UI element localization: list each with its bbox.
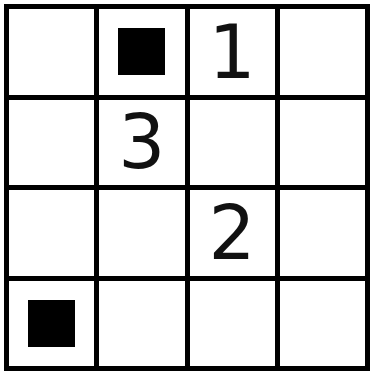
filled-square xyxy=(28,300,75,347)
cell-r0c1[interactable] xyxy=(99,9,184,95)
cell-r1c2[interactable] xyxy=(190,100,275,186)
cell-r1c3[interactable] xyxy=(280,100,365,186)
filled-square xyxy=(118,28,165,75)
cell-r1c0[interactable] xyxy=(9,100,94,186)
cell-r2c1[interactable] xyxy=(99,190,184,276)
clue-number: 1 xyxy=(209,15,256,89)
clue-number: 3 xyxy=(118,105,165,179)
cell-r0c3[interactable] xyxy=(280,9,365,95)
puzzle-board: 132 xyxy=(4,4,370,371)
cell-r3c1[interactable] xyxy=(99,281,184,367)
cell-r0c2[interactable]: 1 xyxy=(190,9,275,95)
cell-r3c2[interactable] xyxy=(190,281,275,367)
clue-number: 2 xyxy=(209,196,256,270)
cell-r0c0[interactable] xyxy=(9,9,94,95)
cell-r3c3[interactable] xyxy=(280,281,365,367)
cell-r3c0[interactable] xyxy=(9,281,94,367)
cell-r2c2[interactable]: 2 xyxy=(190,190,275,276)
cell-r2c3[interactable] xyxy=(280,190,365,276)
cell-r1c1[interactable]: 3 xyxy=(99,100,184,186)
cell-r2c0[interactable] xyxy=(9,190,94,276)
